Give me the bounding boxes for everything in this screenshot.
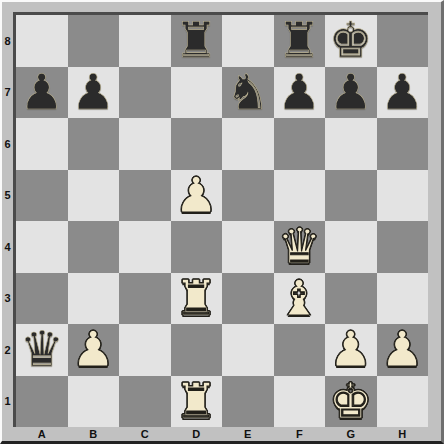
white-pawn: ♟ [174,170,218,222]
black-pawn: ♟ [329,67,373,119]
square-e3[interactable] [222,273,274,325]
square-d7[interactable] [171,67,223,119]
chess-board: ♜♜♚♟♟♞♟♟♟♟♛♜♝♛♟♟♟♜♚ [13,12,428,427]
white-pawn: ♟ [71,324,115,376]
square-d5[interactable]: ♟ [171,170,223,222]
square-h3[interactable] [377,273,429,325]
chessboard-panel: ♜♜♚♟♟♞♟♟♟♟♛♜♝♛♟♟♟♜♚ 87654321ABCDEFGH [0,0,444,444]
square-a3[interactable] [16,273,68,325]
black-pawn: ♟ [380,67,424,119]
square-f2[interactable] [274,324,326,376]
square-g6[interactable] [325,118,377,170]
square-f1[interactable] [274,376,326,428]
square-c7[interactable] [119,67,171,119]
square-f6[interactable] [274,118,326,170]
white-king: ♚ [329,376,373,428]
black-rook: ♜ [174,15,218,67]
square-b2[interactable]: ♟ [68,324,120,376]
square-g7[interactable]: ♟ [325,67,377,119]
rank-label-5: 5 [2,170,13,222]
black-knight: ♞ [226,67,270,119]
square-g3[interactable] [325,273,377,325]
white-queen: ♛ [277,221,321,273]
file-label-a: A [16,427,68,441]
file-label-e: E [222,427,274,441]
file-label-g: G [325,427,377,441]
black-king: ♚ [329,15,373,67]
square-h1[interactable] [377,376,429,428]
square-f5[interactable] [274,170,326,222]
rank-label-7: 7 [2,67,13,119]
white-rook: ♜ [174,376,218,428]
square-a8[interactable] [16,15,68,67]
square-h2[interactable]: ♟ [377,324,429,376]
rank-label-6: 6 [2,118,13,170]
square-e4[interactable] [222,221,274,273]
rank-label-8: 8 [2,15,13,67]
rank-label-2: 2 [2,324,13,376]
square-a1[interactable] [16,376,68,428]
file-label-c: C [119,427,171,441]
black-pawn: ♟ [277,67,321,119]
square-d3[interactable]: ♜ [171,273,223,325]
black-pawn: ♟ [71,67,115,119]
file-label-d: D [171,427,223,441]
file-label-f: F [274,427,326,441]
square-g2[interactable]: ♟ [325,324,377,376]
square-c3[interactable] [119,273,171,325]
file-label-b: B [68,427,120,441]
black-queen: ♛ [20,324,64,376]
square-a2[interactable]: ♛ [16,324,68,376]
square-a4[interactable] [16,221,68,273]
rank-label-3: 3 [2,273,13,325]
black-pawn: ♟ [20,67,64,119]
square-e8[interactable] [222,15,274,67]
square-d2[interactable] [171,324,223,376]
square-e2[interactable] [222,324,274,376]
square-f8[interactable]: ♜ [274,15,326,67]
square-a7[interactable]: ♟ [16,67,68,119]
square-h4[interactable] [377,221,429,273]
square-f3[interactable]: ♝ [274,273,326,325]
rank-label-1: 1 [2,376,13,428]
square-b3[interactable] [68,273,120,325]
square-a6[interactable] [16,118,68,170]
square-a5[interactable] [16,170,68,222]
square-c8[interactable] [119,15,171,67]
square-d6[interactable] [171,118,223,170]
white-pawn: ♟ [329,324,373,376]
square-c4[interactable] [119,221,171,273]
black-rook: ♜ [277,15,321,67]
square-h7[interactable]: ♟ [377,67,429,119]
square-f4[interactable]: ♛ [274,221,326,273]
square-g5[interactable] [325,170,377,222]
white-rook: ♜ [174,273,218,325]
square-b1[interactable] [68,376,120,428]
white-pawn: ♟ [380,324,424,376]
square-h8[interactable] [377,15,429,67]
square-g1[interactable]: ♚ [325,376,377,428]
square-b6[interactable] [68,118,120,170]
square-c2[interactable] [119,324,171,376]
square-c6[interactable] [119,118,171,170]
square-c1[interactable] [119,376,171,428]
square-b4[interactable] [68,221,120,273]
square-g8[interactable]: ♚ [325,15,377,67]
square-d1[interactable]: ♜ [171,376,223,428]
square-g4[interactable] [325,221,377,273]
square-e7[interactable]: ♞ [222,67,274,119]
square-b5[interactable] [68,170,120,222]
square-d4[interactable] [171,221,223,273]
white-bishop: ♝ [277,273,321,325]
square-h6[interactable] [377,118,429,170]
square-b8[interactable] [68,15,120,67]
square-c5[interactable] [119,170,171,222]
rank-label-4: 4 [2,221,13,273]
square-e6[interactable] [222,118,274,170]
square-e5[interactable] [222,170,274,222]
square-h5[interactable] [377,170,429,222]
square-b7[interactable]: ♟ [68,67,120,119]
square-f7[interactable]: ♟ [274,67,326,119]
square-e1[interactable] [222,376,274,428]
file-label-h: H [377,427,429,441]
square-d8[interactable]: ♜ [171,15,223,67]
